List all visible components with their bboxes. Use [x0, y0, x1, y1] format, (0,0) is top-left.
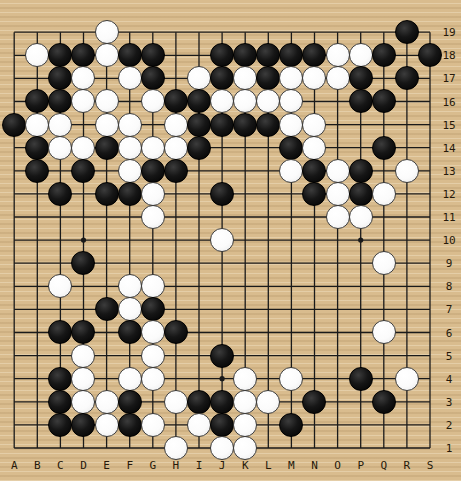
- black-stone: [48, 182, 72, 206]
- column-label-D: D: [80, 460, 87, 471]
- board-point-M18[interactable]: [280, 44, 303, 67]
- column-label-J: J: [219, 460, 226, 471]
- row-label-11: 11: [442, 212, 455, 223]
- black-stone: [164, 159, 188, 183]
- white-stone: [95, 413, 119, 437]
- column-label-C: C: [57, 460, 64, 471]
- white-stone: [302, 113, 326, 137]
- board-point-K15[interactable]: [234, 113, 257, 136]
- board-point-E18[interactable]: [95, 44, 118, 67]
- black-stone: [187, 113, 211, 137]
- board-point-F4[interactable]: [118, 367, 141, 390]
- row-label-3: 3: [446, 396, 453, 407]
- board-point-D16[interactable]: [72, 90, 95, 113]
- white-stone: [187, 66, 211, 90]
- row-label-1: 1: [446, 443, 453, 454]
- board-point-O12[interactable]: [326, 182, 349, 205]
- board-point-L15[interactable]: [257, 113, 280, 136]
- board-point-L16[interactable]: [257, 90, 280, 113]
- white-stone: [256, 89, 280, 113]
- board-point-F15[interactable]: [118, 113, 141, 136]
- white-stone: [210, 436, 234, 460]
- black-stone: [302, 390, 326, 414]
- board-point-C14[interactable]: [49, 136, 72, 159]
- board-point-D5[interactable]: [72, 344, 95, 367]
- board-point-C17[interactable]: [49, 67, 72, 90]
- row-label-8: 8: [446, 281, 453, 292]
- column-label-R: R: [404, 460, 411, 471]
- board-point-J16[interactable]: [210, 90, 233, 113]
- white-stone: [349, 205, 373, 229]
- board-point-G8[interactable]: [141, 275, 164, 298]
- board-point-I3[interactable]: [187, 390, 210, 413]
- white-stone: [48, 136, 72, 160]
- board-point-I17[interactable]: [187, 67, 210, 90]
- black-stone: [279, 413, 303, 437]
- black-stone: [71, 159, 95, 183]
- board-point-C16[interactable]: [49, 90, 72, 113]
- board-point-B16[interactable]: [26, 90, 49, 113]
- board-point-N14[interactable]: [303, 136, 326, 159]
- board-point-M2[interactable]: [280, 413, 303, 436]
- board-point-D4[interactable]: [72, 367, 95, 390]
- board-point-G13[interactable]: [141, 159, 164, 182]
- board-point-E2[interactable]: [95, 413, 118, 436]
- white-stone: [256, 390, 280, 414]
- white-stone: [71, 89, 95, 113]
- white-stone: [95, 89, 119, 113]
- white-stone: [71, 136, 95, 160]
- black-stone: [210, 390, 234, 414]
- white-stone: [118, 367, 142, 391]
- board-point-C12[interactable]: [49, 182, 72, 205]
- white-stone: [71, 367, 95, 391]
- white-stone: [95, 43, 119, 67]
- board-point-C6[interactable]: [49, 321, 72, 344]
- board-point-G11[interactable]: [141, 205, 164, 228]
- black-stone: [118, 43, 142, 67]
- column-label-G: G: [149, 460, 156, 471]
- board-point-I15[interactable]: [187, 113, 210, 136]
- row-label-16: 16: [442, 96, 455, 107]
- white-stone: [48, 113, 72, 137]
- board-point-J5[interactable]: [210, 344, 233, 367]
- white-stone: [302, 66, 326, 90]
- black-stone: [25, 89, 49, 113]
- board-point-E15[interactable]: [95, 113, 118, 136]
- board-point-M17[interactable]: [280, 67, 303, 90]
- white-stone: [326, 182, 350, 206]
- board-point-K17[interactable]: [234, 67, 257, 90]
- black-stone: [210, 113, 234, 137]
- board-point-B14[interactable]: [26, 136, 49, 159]
- board-point-L3[interactable]: [257, 390, 280, 413]
- board-point-D18[interactable]: [72, 44, 95, 67]
- white-stone: [71, 390, 95, 414]
- black-stone: [164, 89, 188, 113]
- column-label-M: M: [288, 460, 295, 471]
- black-stone: [302, 43, 326, 67]
- white-stone: [372, 320, 396, 344]
- row-label-17: 17: [442, 73, 455, 84]
- row-label-19: 19: [442, 27, 455, 38]
- board-point-G14[interactable]: [141, 136, 164, 159]
- board-point-J18[interactable]: [210, 44, 233, 67]
- row-label-2: 2: [446, 419, 453, 430]
- board-point-M15[interactable]: [280, 113, 303, 136]
- stones-layer: [3, 21, 442, 460]
- board-point-B15[interactable]: [26, 113, 49, 136]
- column-label-E: E: [103, 460, 110, 471]
- white-stone: [233, 390, 257, 414]
- white-stone: [164, 113, 188, 137]
- board-point-G4[interactable]: [141, 367, 164, 390]
- black-stone: [210, 43, 234, 67]
- board-point-D13[interactable]: [72, 159, 95, 182]
- row-label-14: 14: [442, 142, 455, 153]
- white-stone: [233, 66, 257, 90]
- board-point-H1[interactable]: [164, 436, 187, 459]
- white-stone: [326, 43, 350, 67]
- board-point-M14[interactable]: [280, 136, 303, 159]
- white-stone: [71, 344, 95, 368]
- board-point-E16[interactable]: [95, 90, 118, 113]
- column-label-N: N: [311, 460, 318, 471]
- black-stone: [48, 43, 72, 67]
- white-stone: [372, 182, 396, 206]
- board-point-C2[interactable]: [49, 413, 72, 436]
- black-stone: [233, 43, 257, 67]
- column-label-I: I: [196, 460, 203, 471]
- board-point-Q18[interactable]: [372, 44, 395, 67]
- board-point-C4[interactable]: [49, 367, 72, 390]
- black-stone: [279, 43, 303, 67]
- black-stone: [187, 89, 211, 113]
- black-stone: [71, 251, 95, 275]
- white-stone: [395, 367, 419, 391]
- black-stone: [349, 159, 373, 183]
- black-stone: [372, 136, 396, 160]
- board-point-J1[interactable]: [210, 436, 233, 459]
- board-point-R19[interactable]: [395, 21, 418, 44]
- white-stone: [164, 436, 188, 460]
- black-stone: [395, 20, 419, 44]
- white-stone: [118, 159, 142, 183]
- board-point-J10[interactable]: [210, 228, 233, 251]
- board-point-J15[interactable]: [210, 113, 233, 136]
- white-stone: [210, 228, 234, 252]
- board-point-E3[interactable]: [95, 390, 118, 413]
- white-stone: [141, 89, 165, 113]
- board-point-M16[interactable]: [280, 90, 303, 113]
- board-point-R17[interactable]: [395, 67, 418, 90]
- black-stone: [210, 344, 234, 368]
- black-stone: [279, 136, 303, 160]
- white-stone: [118, 274, 142, 298]
- board-point-H14[interactable]: [164, 136, 187, 159]
- column-label-S: S: [427, 460, 434, 471]
- white-stone: [71, 66, 95, 90]
- board-point-O17[interactable]: [326, 67, 349, 90]
- black-stone: [418, 43, 442, 67]
- black-stone: [141, 159, 165, 183]
- white-stone: [349, 43, 373, 67]
- white-stone: [279, 89, 303, 113]
- column-label-F: F: [126, 460, 133, 471]
- board-point-H16[interactable]: [164, 90, 187, 113]
- board-point-N15[interactable]: [303, 113, 326, 136]
- board-point-C18[interactable]: [49, 44, 72, 67]
- board-point-Q9[interactable]: [372, 252, 395, 275]
- black-stone: [141, 43, 165, 67]
- white-stone: [141, 205, 165, 229]
- board-point-K2[interactable]: [234, 413, 257, 436]
- board-point-D9[interactable]: [72, 252, 95, 275]
- board-point-P16[interactable]: [349, 90, 372, 113]
- white-stone: [372, 251, 396, 275]
- black-stone: [187, 390, 211, 414]
- board-point-H3[interactable]: [164, 390, 187, 413]
- black-stone: [349, 89, 373, 113]
- board-point-O13[interactable]: [326, 159, 349, 182]
- board-point-D14[interactable]: [72, 136, 95, 159]
- board-point-K16[interactable]: [234, 90, 257, 113]
- white-stone: [395, 159, 419, 183]
- board-point-P12[interactable]: [349, 182, 372, 205]
- board-point-C3[interactable]: [49, 390, 72, 413]
- row-label-5: 5: [446, 350, 453, 361]
- white-stone: [279, 113, 303, 137]
- white-stone: [302, 136, 326, 160]
- board-point-F12[interactable]: [118, 182, 141, 205]
- board-point-Q14[interactable]: [372, 136, 395, 159]
- white-stone: [164, 390, 188, 414]
- board-point-G5[interactable]: [141, 344, 164, 367]
- white-stone: [141, 367, 165, 391]
- board-point-M4[interactable]: [280, 367, 303, 390]
- row-label-7: 7: [446, 304, 453, 315]
- white-stone: [187, 413, 211, 437]
- board-point-R4[interactable]: [395, 367, 418, 390]
- column-label-B: B: [34, 460, 41, 471]
- board-point-N13[interactable]: [303, 159, 326, 182]
- board-point-J2[interactable]: [210, 413, 233, 436]
- board-point-G7[interactable]: [141, 298, 164, 321]
- black-stone: [256, 43, 280, 67]
- board-point-N17[interactable]: [303, 67, 326, 90]
- board-point-F7[interactable]: [118, 298, 141, 321]
- white-stone: [141, 274, 165, 298]
- board-point-Q16[interactable]: [372, 90, 395, 113]
- column-label-P: P: [357, 460, 364, 471]
- board-point-I16[interactable]: [187, 90, 210, 113]
- board-point-C15[interactable]: [49, 113, 72, 136]
- row-label-6: 6: [446, 327, 453, 338]
- board-point-O18[interactable]: [326, 44, 349, 67]
- black-stone: [48, 367, 72, 391]
- board-point-G2[interactable]: [141, 413, 164, 436]
- black-stone: [71, 320, 95, 344]
- white-stone: [118, 136, 142, 160]
- board-point-M13[interactable]: [280, 159, 303, 182]
- black-stone: [48, 320, 72, 344]
- black-stone: [48, 413, 72, 437]
- board-point-H13[interactable]: [164, 159, 187, 182]
- white-stone: [326, 205, 350, 229]
- white-stone: [326, 66, 350, 90]
- row-label-13: 13: [442, 165, 455, 176]
- board-point-K4[interactable]: [234, 367, 257, 390]
- black-stone: [95, 297, 119, 321]
- black-stone: [210, 182, 234, 206]
- board-point-F2[interactable]: [118, 413, 141, 436]
- board-point-P18[interactable]: [349, 44, 372, 67]
- board-point-L17[interactable]: [257, 67, 280, 90]
- board-point-P11[interactable]: [349, 205, 372, 228]
- black-stone: [48, 390, 72, 414]
- white-stone: [141, 344, 165, 368]
- board-point-O11[interactable]: [326, 205, 349, 228]
- board-point-Q3[interactable]: [372, 390, 395, 413]
- board-point-G6[interactable]: [141, 321, 164, 344]
- board-point-Q12[interactable]: [372, 182, 395, 205]
- black-stone: [2, 113, 26, 137]
- black-stone: [164, 320, 188, 344]
- white-stone: [210, 89, 234, 113]
- black-stone: [210, 413, 234, 437]
- board-point-F17[interactable]: [118, 67, 141, 90]
- white-stone: [95, 20, 119, 44]
- black-stone: [48, 66, 72, 90]
- black-stone: [48, 89, 72, 113]
- column-label-H: H: [173, 460, 180, 471]
- board-point-F3[interactable]: [118, 390, 141, 413]
- white-stone: [326, 159, 350, 183]
- board-point-J12[interactable]: [210, 182, 233, 205]
- board-point-C8[interactable]: [49, 275, 72, 298]
- row-label-18: 18: [442, 50, 455, 61]
- black-stone: [256, 66, 280, 90]
- board-point-E14[interactable]: [95, 136, 118, 159]
- board-point-G17[interactable]: [141, 67, 164, 90]
- column-label-A: A: [11, 460, 18, 471]
- board-point-F14[interactable]: [118, 136, 141, 159]
- white-stone: [279, 66, 303, 90]
- white-stone: [118, 113, 142, 137]
- go-board[interactable]: ABCDEFGHIJKLMNOPQRS191817161514131211109…: [0, 0, 461, 481]
- black-stone: [349, 367, 373, 391]
- black-stone: [141, 297, 165, 321]
- white-stone: [233, 367, 257, 391]
- white-stone: [95, 390, 119, 414]
- board-point-S18[interactable]: [418, 44, 441, 67]
- board-point-F13[interactable]: [118, 159, 141, 182]
- column-label-L: L: [265, 460, 272, 471]
- board-point-I14[interactable]: [187, 136, 210, 159]
- black-stone: [372, 89, 396, 113]
- black-stone: [210, 66, 234, 90]
- black-stone: [71, 43, 95, 67]
- black-stone: [349, 66, 373, 90]
- black-stone: [233, 113, 257, 137]
- black-stone: [302, 182, 326, 206]
- board-point-D3[interactable]: [72, 390, 95, 413]
- white-stone: [141, 320, 165, 344]
- black-stone: [118, 320, 142, 344]
- board-point-D17[interactable]: [72, 67, 95, 90]
- white-stone: [164, 136, 188, 160]
- black-stone: [71, 413, 95, 437]
- board-point-E12[interactable]: [95, 182, 118, 205]
- black-stone: [256, 113, 280, 137]
- black-stone: [372, 390, 396, 414]
- board-point-B13[interactable]: [26, 159, 49, 182]
- white-stone: [279, 159, 303, 183]
- board-point-N18[interactable]: [303, 44, 326, 67]
- board-point-B18[interactable]: [26, 44, 49, 67]
- board-point-P13[interactable]: [349, 159, 372, 182]
- black-stone: [95, 182, 119, 206]
- white-stone: [233, 413, 257, 437]
- row-label-12: 12: [442, 188, 455, 199]
- black-stone: [118, 390, 142, 414]
- board-point-F18[interactable]: [118, 44, 141, 67]
- white-stone: [95, 113, 119, 137]
- white-stone: [233, 436, 257, 460]
- board-point-D2[interactable]: [72, 413, 95, 436]
- black-stone: [372, 43, 396, 67]
- board-point-Q6[interactable]: [372, 321, 395, 344]
- board-point-J3[interactable]: [210, 390, 233, 413]
- board-point-N3[interactable]: [303, 390, 326, 413]
- board-point-G18[interactable]: [141, 44, 164, 67]
- board-point-D6[interactable]: [72, 321, 95, 344]
- board-point-A15[interactable]: [3, 113, 26, 136]
- board-point-K1[interactable]: [234, 436, 257, 459]
- board-point-H6[interactable]: [164, 321, 187, 344]
- black-stone: [302, 159, 326, 183]
- board-point-P17[interactable]: [349, 67, 372, 90]
- board-point-P4[interactable]: [349, 367, 372, 390]
- board-point-K3[interactable]: [234, 390, 257, 413]
- board-point-N12[interactable]: [303, 182, 326, 205]
- board-point-H15[interactable]: [164, 113, 187, 136]
- board-point-R13[interactable]: [395, 159, 418, 182]
- board-point-E19[interactable]: [95, 21, 118, 44]
- row-label-10: 10: [442, 235, 455, 246]
- white-stone: [141, 413, 165, 437]
- column-label-K: K: [242, 460, 249, 471]
- board-point-F8[interactable]: [118, 275, 141, 298]
- white-stone: [279, 367, 303, 391]
- row-label-4: 4: [446, 373, 453, 384]
- black-stone: [118, 413, 142, 437]
- board-point-J17[interactable]: [210, 67, 233, 90]
- black-stone: [187, 136, 211, 160]
- column-label-O: O: [334, 460, 341, 471]
- board-point-G12[interactable]: [141, 182, 164, 205]
- board-point-L18[interactable]: [257, 44, 280, 67]
- board-point-E7[interactable]: [95, 298, 118, 321]
- black-stone: [349, 182, 373, 206]
- board-point-K18[interactable]: [234, 44, 257, 67]
- board-point-G16[interactable]: [141, 90, 164, 113]
- white-stone: [141, 182, 165, 206]
- column-label-Q: Q: [380, 460, 387, 471]
- white-stone: [233, 89, 257, 113]
- board-point-I2[interactable]: [187, 413, 210, 436]
- board-point-F6[interactable]: [118, 321, 141, 344]
